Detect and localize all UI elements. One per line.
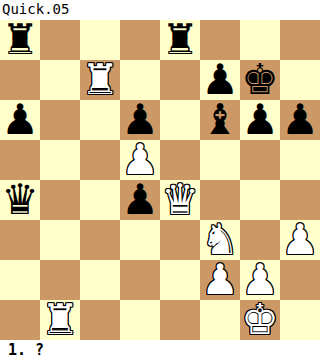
square-b4[interactable] xyxy=(40,180,80,220)
square-e7[interactable] xyxy=(160,60,200,100)
square-h3[interactable]: ♟ xyxy=(280,220,320,260)
square-f6[interactable]: ♝ xyxy=(200,100,240,140)
square-e4[interactable]: ♛ xyxy=(160,180,200,220)
piece-black-pawn: ♟ xyxy=(121,180,159,220)
square-c4[interactable] xyxy=(80,180,120,220)
square-e8[interactable]: ♜ xyxy=(160,20,200,60)
square-h4[interactable] xyxy=(280,180,320,220)
square-g1[interactable]: ♚ xyxy=(240,300,280,340)
square-a4[interactable]: ♛ xyxy=(0,180,40,220)
square-h1[interactable] xyxy=(280,300,320,340)
piece-white-pawn: ♟ xyxy=(281,220,319,260)
square-a6[interactable]: ♟ xyxy=(0,100,40,140)
square-f7[interactable]: ♟ xyxy=(200,60,240,100)
square-d4[interactable]: ♟ xyxy=(120,180,160,220)
square-c7[interactable]: ♜ xyxy=(80,60,120,100)
square-g4[interactable] xyxy=(240,180,280,220)
square-b1[interactable]: ♜ xyxy=(40,300,80,340)
square-f8[interactable] xyxy=(200,20,240,60)
piece-black-pawn: ♟ xyxy=(121,100,159,140)
square-g7[interactable]: ♚ xyxy=(240,60,280,100)
square-d7[interactable] xyxy=(120,60,160,100)
piece-white-rook: ♜ xyxy=(81,60,119,100)
square-h6[interactable]: ♟ xyxy=(280,100,320,140)
piece-white-rook: ♜ xyxy=(41,300,79,340)
piece-black-rook: ♜ xyxy=(1,20,39,60)
square-d5[interactable]: ♟ xyxy=(120,140,160,180)
puzzle-title: Quick.05 xyxy=(0,0,320,20)
square-b7[interactable] xyxy=(40,60,80,100)
square-d3[interactable] xyxy=(120,220,160,260)
square-h2[interactable] xyxy=(280,260,320,300)
square-h7[interactable] xyxy=(280,60,320,100)
square-d8[interactable] xyxy=(120,20,160,60)
square-a8[interactable]: ♜ xyxy=(0,20,40,60)
piece-black-pawn: ♟ xyxy=(241,100,279,140)
piece-white-pawn: ♟ xyxy=(241,260,279,300)
square-d6[interactable]: ♟ xyxy=(120,100,160,140)
square-e5[interactable] xyxy=(160,140,200,180)
square-a5[interactable] xyxy=(0,140,40,180)
square-a3[interactable] xyxy=(0,220,40,260)
square-f3[interactable]: ♞ xyxy=(200,220,240,260)
square-c5[interactable] xyxy=(80,140,120,180)
piece-white-pawn: ♟ xyxy=(201,260,239,300)
square-c8[interactable] xyxy=(80,20,120,60)
piece-black-queen: ♛ xyxy=(1,180,39,220)
square-a1[interactable] xyxy=(0,300,40,340)
square-d1[interactable] xyxy=(120,300,160,340)
square-c2[interactable] xyxy=(80,260,120,300)
square-b3[interactable] xyxy=(40,220,80,260)
piece-black-bishop: ♝ xyxy=(201,100,239,140)
square-g6[interactable]: ♟ xyxy=(240,100,280,140)
square-d2[interactable] xyxy=(120,260,160,300)
square-g5[interactable] xyxy=(240,140,280,180)
square-f2[interactable]: ♟ xyxy=(200,260,240,300)
square-a7[interactable] xyxy=(0,60,40,100)
square-f5[interactable] xyxy=(200,140,240,180)
square-b8[interactable] xyxy=(40,20,80,60)
piece-black-pawn: ♟ xyxy=(281,100,319,140)
chess-board: ♜♜♜♟♚♟♟♝♟♟♟♛♟♛♞♟♟♟♜♚ xyxy=(0,20,320,340)
piece-white-king: ♚ xyxy=(241,300,279,340)
square-g2[interactable]: ♟ xyxy=(240,260,280,300)
piece-black-rook: ♜ xyxy=(161,20,199,60)
square-e2[interactable] xyxy=(160,260,200,300)
square-a2[interactable] xyxy=(0,260,40,300)
square-c3[interactable] xyxy=(80,220,120,260)
square-g3[interactable] xyxy=(240,220,280,260)
square-b6[interactable] xyxy=(40,100,80,140)
square-f1[interactable] xyxy=(200,300,240,340)
square-g8[interactable] xyxy=(240,20,280,60)
square-c1[interactable] xyxy=(80,300,120,340)
piece-black-king: ♚ xyxy=(241,60,279,100)
square-b5[interactable] xyxy=(40,140,80,180)
piece-white-knight: ♞ xyxy=(201,220,239,260)
piece-black-pawn: ♟ xyxy=(1,100,39,140)
piece-white-pawn: ♟ xyxy=(121,140,159,180)
piece-black-pawn: ♟ xyxy=(201,60,239,100)
square-c6[interactable] xyxy=(80,100,120,140)
piece-white-queen: ♛ xyxy=(161,180,199,220)
square-f4[interactable] xyxy=(200,180,240,220)
square-h8[interactable] xyxy=(280,20,320,60)
square-e6[interactable] xyxy=(160,100,200,140)
square-e1[interactable] xyxy=(160,300,200,340)
square-b2[interactable] xyxy=(40,260,80,300)
square-e3[interactable] xyxy=(160,220,200,260)
square-h5[interactable] xyxy=(280,140,320,180)
